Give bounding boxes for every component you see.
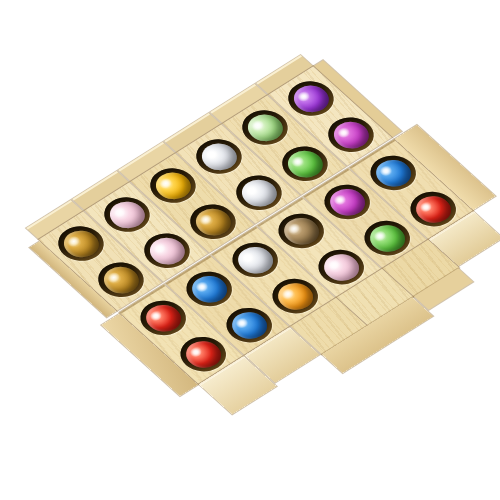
gem-blue	[225, 307, 274, 344]
gem-blue	[369, 155, 418, 192]
gem-pink	[317, 249, 366, 286]
gem-green	[281, 145, 330, 182]
gem-light-green	[241, 109, 290, 146]
gem-magenta	[323, 184, 372, 221]
block-raft	[38, 66, 474, 385]
gem-amber	[97, 261, 146, 298]
gem-smoky-amber	[277, 213, 326, 250]
gem-silver	[235, 174, 284, 211]
gem-amber	[189, 203, 238, 240]
gem-red	[139, 300, 188, 337]
gem-silver	[231, 242, 280, 279]
gem-amber	[57, 225, 106, 262]
gem-pink	[143, 232, 192, 269]
gem-purple	[287, 80, 336, 117]
gem-orange	[271, 278, 320, 315]
gem-green	[363, 220, 412, 257]
gem-blue	[185, 271, 234, 308]
gem-silver	[195, 138, 244, 175]
gem-pink	[103, 196, 152, 233]
gem-yellow	[149, 167, 198, 204]
product-photo-stage	[0, 0, 500, 500]
gem-red	[179, 336, 228, 373]
gem-magenta	[327, 116, 376, 153]
gem-red	[409, 191, 458, 228]
